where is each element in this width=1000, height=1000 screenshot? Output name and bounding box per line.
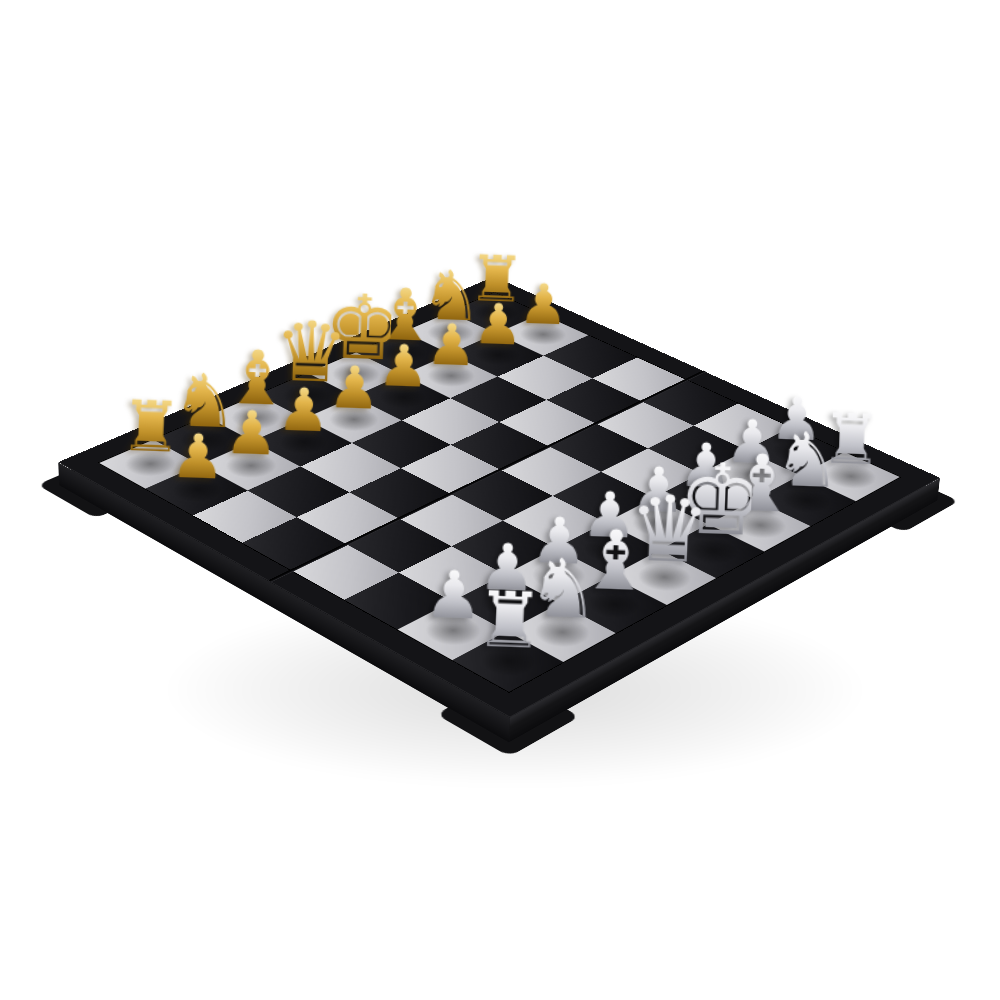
piece-contact-shadow xyxy=(760,434,830,468)
square-a5 xyxy=(242,517,347,571)
board-frame: ♜♞♝♛♚♝♞♜♟♟♟♟♟♟♟♟♟♟♟♟♟♟♟♟♜♞♝♛♚♝♞♜ xyxy=(58,276,940,717)
gold-knight-b8: ♞ xyxy=(168,366,241,442)
board-squares: ♜♞♝♛♚♝♞♜♟♟♟♟♟♟♟♟♟♟♟♟♟♟♟♟♜♞♝♛♚♝♞♜ xyxy=(99,293,900,692)
piece-contact-shadow xyxy=(520,556,595,595)
square-d1: ♛ xyxy=(611,550,717,605)
scene-3d: ♜♞♝♛♚♝♞♜♟♟♟♟♟♟♟♟♟♟♟♟♟♟♟♟♜♞♝♛♚♝♞♜ xyxy=(0,0,1000,1000)
piece-contact-shadow xyxy=(114,446,186,481)
product-photo: ♜♞♝♛♚♝♞♜♟♟♟♟♟♟♟♟♟♟♟♟♟♟♟♟♜♞♝♛♚♝♞♜ xyxy=(0,0,1000,1000)
square-e5 xyxy=(451,422,550,470)
chess-board: ♜♞♝♛♚♝♞♜♟♟♟♟♟♟♟♟♟♟♟♟♟♟♟♟♜♞♝♛♚♝♞♜ xyxy=(58,276,940,717)
square-d8: ♛ xyxy=(258,373,354,418)
